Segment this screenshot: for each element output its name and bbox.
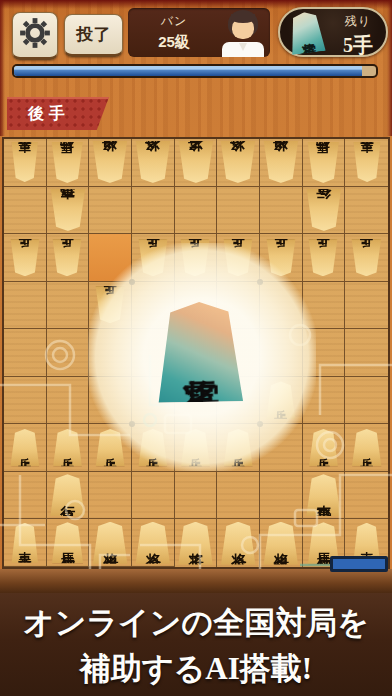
board-cell[interactable]: 飛車 — [47, 187, 90, 235]
board-cell[interactable]: 歩兵 — [175, 424, 218, 472]
board-cell[interactable]: 歩兵 — [303, 234, 346, 282]
gear-icon — [18, 16, 52, 54]
board-cell[interactable] — [345, 472, 388, 520]
board-cell[interactable]: 歩兵 — [4, 234, 47, 282]
shogi-piece[interactable]: 飛車 — [306, 474, 342, 516]
remaining-label: 残り — [330, 13, 386, 30]
board-cell[interactable] — [4, 377, 47, 425]
board-cell[interactable] — [260, 187, 303, 235]
board-cell[interactable] — [4, 187, 47, 235]
player-panel: バン 25級 — [128, 8, 270, 57]
board-cell[interactable] — [345, 329, 388, 377]
progress-fill — [14, 66, 362, 76]
shogi-piece[interactable]: 銀将 — [92, 522, 128, 564]
shogi-piece[interactable]: 歩兵 — [180, 239, 210, 276]
shogi-piece[interactable]: 桂馬 — [51, 522, 84, 563]
shogi-piece[interactable]: 歩兵 — [138, 429, 168, 466]
board-cell[interactable] — [175, 472, 218, 520]
remaining-moves-value: 5手 — [330, 32, 386, 59]
shogi-piece[interactable]: 歩兵 — [180, 429, 210, 466]
promo-line-2: 補助するAI搭載! — [0, 646, 392, 692]
board-cell[interactable]: 歩兵 — [132, 234, 175, 282]
board-cell[interactable] — [89, 377, 132, 425]
board-cell[interactable]: 歩兵 — [260, 377, 303, 425]
shogi-piece[interactable]: 角行 — [306, 189, 342, 231]
ai-moves-remaining-badge: 電将 残り 5手 — [278, 7, 388, 57]
shogi-piece[interactable]: 角行 — [50, 474, 86, 516]
board-cell[interactable] — [47, 282, 90, 330]
shogi-piece[interactable]: 歩兵 — [138, 239, 168, 276]
shogi-piece[interactable]: 歩兵 — [223, 239, 253, 276]
board-cell[interactable]: 歩兵 — [217, 424, 260, 472]
shogi-piece[interactable]: 銀将 — [263, 141, 299, 183]
shogi-piece[interactable]: 銀将 — [263, 522, 299, 565]
board-cell[interactable] — [260, 282, 303, 330]
time-progress-bar — [12, 64, 378, 78]
shogi-piece[interactable]: 歩兵 — [308, 429, 338, 466]
shogi-piece[interactable]: 金将 — [135, 141, 171, 183]
board-cell[interactable] — [89, 187, 132, 235]
hoshi-dot — [257, 279, 263, 285]
board-cell[interactable]: 歩兵 — [47, 424, 90, 472]
left-vignette — [0, 0, 5, 136]
shogi-piece[interactable]: 歩兵 — [10, 429, 40, 466]
shogi-piece[interactable]: 香車 — [353, 142, 381, 182]
shogi-piece[interactable]: 飛車 — [50, 189, 86, 231]
board-cell[interactable]: 歩兵 — [89, 424, 132, 472]
board-cell[interactable]: 金将 — [132, 139, 175, 187]
board-cell[interactable] — [4, 282, 47, 330]
board-cell[interactable] — [303, 282, 346, 330]
right-vignette — [387, 0, 392, 136]
shogi-piece[interactable]: 桂馬 — [51, 142, 84, 183]
board-cell[interactable] — [303, 377, 346, 425]
hoshi-dot — [129, 279, 135, 285]
board-cell[interactable]: 香車 — [4, 519, 47, 567]
board-cell[interactable]: 桂馬 — [303, 139, 346, 187]
board-cell[interactable]: 金将 — [132, 519, 175, 567]
board-cell[interactable] — [132, 187, 175, 235]
board-cell[interactable]: 歩兵 — [303, 424, 346, 472]
board-cell[interactable] — [4, 329, 47, 377]
shogi-piece[interactable]: 歩兵 — [95, 429, 125, 466]
circuit-bar-fragment — [330, 556, 388, 572]
board-cell[interactable] — [260, 424, 303, 472]
board-cell[interactable] — [89, 329, 132, 377]
board-cell[interactable] — [217, 187, 260, 235]
shogi-piece[interactable]: 歩兵 — [308, 239, 338, 276]
board-cell[interactable]: 玉将 — [175, 139, 218, 187]
player-name: バン — [128, 13, 220, 30]
shogi-piece[interactable]: 歩兵 — [10, 239, 40, 276]
shogi-piece[interactable]: 香車 — [11, 523, 38, 563]
board-cell[interactable]: 歩兵 — [345, 424, 388, 472]
board-cell[interactable]: 王将 — [175, 519, 218, 567]
board-cell[interactable]: 歩兵 — [47, 234, 90, 282]
shogi-piece[interactable]: 桂馬 — [307, 142, 340, 183]
board-cell[interactable]: 銀将 — [260, 519, 303, 567]
shogi-piece[interactable]: 歩兵 — [95, 286, 125, 323]
resign-label: 投了 — [77, 23, 111, 46]
board-cell[interactable]: 歩兵 — [89, 282, 132, 330]
player-rank: 25級 — [128, 33, 220, 52]
board-cell[interactable]: 香車 — [345, 139, 388, 187]
board-cell[interactable]: 金将 — [217, 519, 260, 567]
board-cell[interactable] — [260, 472, 303, 520]
hoshi-dot — [257, 421, 263, 427]
resign-button[interactable]: 投了 — [64, 14, 123, 57]
shogi-piece[interactable]: 金将 — [135, 522, 171, 564]
board-cell[interactable]: 歩兵 — [345, 234, 388, 282]
shogi-piece[interactable]: 銀将 — [92, 141, 128, 183]
shogi-piece[interactable]: 金将 — [220, 141, 256, 183]
board-cell[interactable] — [303, 329, 346, 377]
board-cell[interactable]: 歩兵 — [260, 234, 303, 282]
shogi-piece[interactable]: 王将 — [178, 522, 214, 565]
board-cell[interactable] — [47, 377, 90, 425]
board-cell[interactable]: 歩兵 — [4, 424, 47, 472]
board-cell[interactable]: 香車 — [4, 139, 47, 187]
board-cell[interactable]: 金将 — [217, 139, 260, 187]
board-cell[interactable]: 桂馬 — [47, 139, 90, 187]
ai-logo-piece-icon: 電将 — [287, 10, 327, 55]
board-cell[interactable]: 銀将 — [260, 139, 303, 187]
shogi-piece[interactable]: 歩兵 — [266, 239, 296, 276]
shogi-piece[interactable]: 歩兵 — [266, 381, 296, 418]
board-cell[interactable]: 角行 — [47, 472, 90, 520]
table-edge — [0, 569, 392, 593]
board-cell[interactable]: 角行 — [303, 187, 346, 235]
app-screen: 投了 バン 25級 電将 残り 5手 後手 香車桂馬銀将金将玉将金将銀将桂馬香車… — [0, 0, 392, 696]
board-cell[interactable] — [175, 187, 218, 235]
promo-line-1: オンラインの全国対局を — [0, 600, 392, 646]
promo-banner: オンラインの全国対局を 補助するAI搭載! — [0, 593, 392, 696]
board-cell[interactable]: 歩兵 — [175, 234, 218, 282]
board-cell[interactable]: 銀将 — [89, 519, 132, 567]
board-cell[interactable] — [260, 329, 303, 377]
shogi-piece[interactable]: 玉将 — [178, 141, 214, 183]
board-cell[interactable] — [4, 472, 47, 520]
board-cell[interactable]: 銀将 — [89, 139, 132, 187]
board-cell[interactable] — [217, 472, 260, 520]
shogi-piece[interactable]: 歩兵 — [52, 429, 82, 466]
board-cell[interactable] — [89, 472, 132, 520]
board-cell[interactable] — [345, 377, 388, 425]
board-cell[interactable]: 飛車 — [303, 472, 346, 520]
board-cell[interactable] — [47, 329, 90, 377]
shogi-piece[interactable]: 金将 — [220, 522, 256, 565]
player-avatar — [219, 9, 267, 57]
board-cell[interactable]: 桂馬 — [47, 519, 90, 567]
shogi-piece[interactable]: 香車 — [11, 142, 38, 182]
board-cell[interactable] — [345, 187, 388, 235]
board-cell[interactable] — [132, 282, 175, 330]
board-cell[interactable] — [345, 282, 388, 330]
board-cell[interactable] — [89, 234, 132, 282]
settings-button[interactable] — [12, 12, 58, 60]
shogi-piece[interactable]: 歩兵 — [351, 429, 382, 466]
board-cell[interactable]: 歩兵 — [132, 424, 175, 472]
shogi-piece[interactable]: 歩兵 — [223, 429, 253, 466]
hoshi-dot — [129, 421, 135, 427]
board-cell[interactable] — [132, 472, 175, 520]
shogi-piece[interactable]: 歩兵 — [52, 239, 82, 276]
turn-ribbon-gote: 後手 — [7, 97, 109, 130]
board-cell[interactable]: 歩兵 — [217, 234, 260, 282]
shogi-piece[interactable]: 歩兵 — [351, 239, 382, 276]
